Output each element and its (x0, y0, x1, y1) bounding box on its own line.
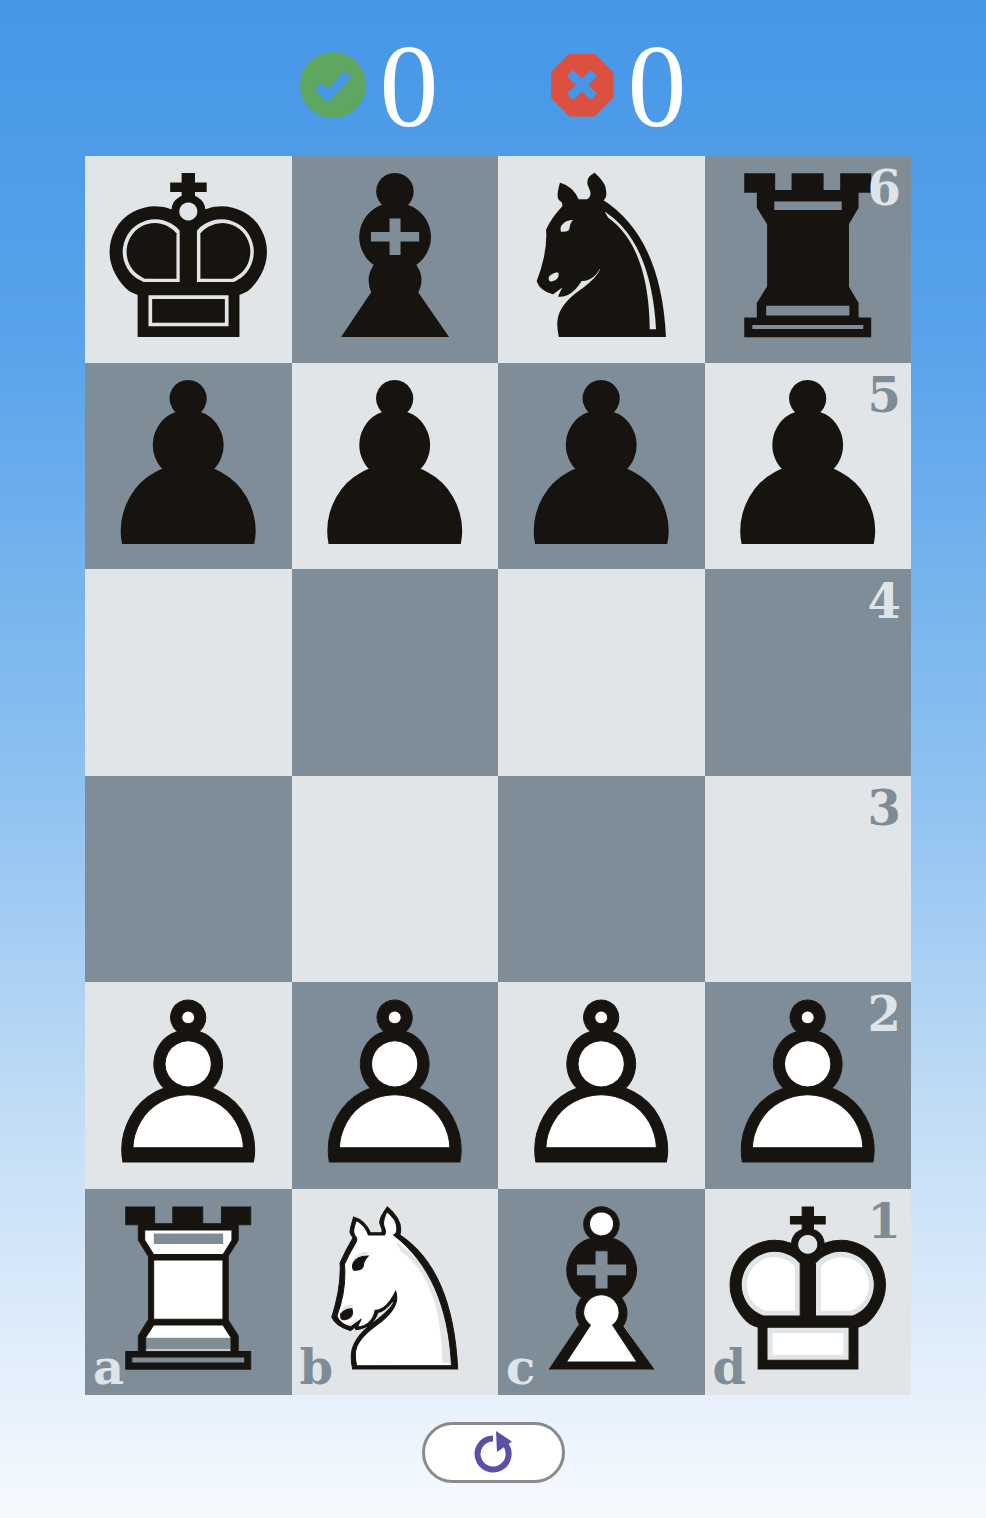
wrong-score-group: 0 (551, 26, 687, 144)
check-circle-icon (300, 52, 366, 118)
black-p-piece-a5[interactable]: ♟ (85, 363, 292, 570)
white-r-piece-fill-a1: ♜ (85, 1189, 292, 1396)
white-p-piece-b2[interactable]: ♙ (292, 982, 499, 1189)
cross-glyph (562, 65, 602, 105)
white-b-piece-c1[interactable]: ♗ (498, 1189, 705, 1396)
black-k-piece-a6[interactable]: ♚ (85, 156, 292, 363)
white-p-piece-fill-c2: ♟ (498, 982, 705, 1189)
white-n-piece-b1[interactable]: ♘ (292, 1189, 499, 1396)
rank-label-4: 4 (868, 577, 901, 625)
file-label-d: d (713, 1343, 747, 1391)
file-label-b: b (300, 1343, 334, 1391)
square-a4[interactable] (85, 569, 292, 776)
white-b-piece-fill-c1: ♝ (498, 1189, 705, 1396)
square-d4[interactable]: 4 (705, 569, 912, 776)
square-b4[interactable] (292, 569, 499, 776)
rank-label-1: 1 (868, 1197, 901, 1245)
rank-label-2: 2 (868, 990, 901, 1038)
square-a5[interactable]: ♟ (85, 363, 292, 570)
white-p-piece-fill-a2: ♟ (85, 982, 292, 1189)
square-c5[interactable]: ♟ (498, 363, 705, 570)
square-b3[interactable] (292, 776, 499, 983)
refresh-icon (469, 1429, 517, 1477)
rank-label-3: 3 (868, 784, 901, 832)
black-b-piece-b6[interactable]: ♝ (292, 156, 499, 363)
square-a1[interactable]: ♜♖a (85, 1189, 292, 1396)
square-b1[interactable]: ♞♘b (292, 1189, 499, 1396)
black-p-piece-b5[interactable]: ♟ (292, 363, 499, 570)
square-c6[interactable]: ♞ (498, 156, 705, 363)
chess-board: ♚♝♞♜6♟♟♟♟543♟♙♟♙♟♙♟♙2♜♖a♞♘b♝♗c♚♔1d (85, 156, 911, 1395)
white-n-piece-fill-b1: ♞ (292, 1189, 499, 1396)
square-a3[interactable] (85, 776, 292, 983)
square-d1[interactable]: ♚♔1d (705, 1189, 912, 1396)
square-c4[interactable] (498, 569, 705, 776)
square-b2[interactable]: ♟♙ (292, 982, 499, 1189)
correct-count: 0 (380, 28, 439, 146)
rank-label-5: 5 (868, 371, 901, 419)
square-b5[interactable]: ♟ (292, 363, 499, 570)
rank-label-6: 6 (868, 164, 901, 212)
black-p-piece-d5[interactable]: ♟ (705, 363, 912, 570)
black-n-piece-c6[interactable]: ♞ (498, 156, 705, 363)
square-d5[interactable]: ♟5 (705, 363, 912, 570)
white-p-piece-d2[interactable]: ♙ (705, 982, 912, 1189)
white-p-piece-c2[interactable]: ♙ (498, 982, 705, 1189)
white-p-piece-a2[interactable]: ♙ (85, 982, 292, 1189)
black-p-piece-c5[interactable]: ♟ (498, 363, 705, 570)
cross-octagon-icon (551, 54, 614, 117)
checkmark-glyph (312, 64, 354, 106)
square-c1[interactable]: ♝♗c (498, 1189, 705, 1396)
white-p-piece-fill-d2: ♟ (705, 982, 912, 1189)
square-c2[interactable]: ♟♙ (498, 982, 705, 1189)
wrong-count: 0 (628, 28, 687, 146)
file-label-c: c (506, 1343, 535, 1391)
white-k-piece-fill-d1: ♚ (705, 1189, 912, 1396)
square-a6[interactable]: ♚ (85, 156, 292, 363)
square-a2[interactable]: ♟♙ (85, 982, 292, 1189)
score-bar: 0 0 (0, 26, 986, 144)
file-label-a: a (93, 1343, 124, 1391)
correct-score-group: 0 (300, 26, 439, 144)
square-d6[interactable]: ♜6 (705, 156, 912, 363)
white-r-piece-a1[interactable]: ♖ (85, 1189, 292, 1396)
square-d2[interactable]: ♟♙2 (705, 982, 912, 1189)
square-c3[interactable] (498, 776, 705, 983)
square-d3[interactable]: 3 (705, 776, 912, 983)
square-b6[interactable]: ♝ (292, 156, 499, 363)
white-k-piece-d1[interactable]: ♔ (705, 1189, 912, 1396)
black-r-piece-d6[interactable]: ♜ (705, 156, 912, 363)
refresh-button[interactable] (422, 1422, 565, 1483)
white-p-piece-fill-b2: ♟ (292, 982, 499, 1189)
